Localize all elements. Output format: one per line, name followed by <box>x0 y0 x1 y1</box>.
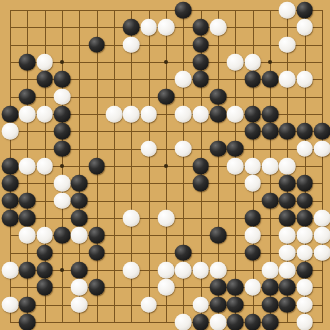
white-stone[interactable] <box>36 54 53 71</box>
white-stone[interactable] <box>192 262 209 279</box>
white-stone[interactable] <box>175 262 192 279</box>
white-stone[interactable] <box>296 140 313 157</box>
black-stone[interactable] <box>262 192 279 209</box>
white-stone[interactable] <box>279 262 296 279</box>
white-stone[interactable] <box>19 227 36 244</box>
white-stone[interactable] <box>279 244 296 261</box>
black-stone[interactable] <box>54 106 71 123</box>
star-point <box>268 60 272 64</box>
star-point <box>164 60 168 64</box>
black-stone[interactable] <box>192 36 209 53</box>
black-stone[interactable] <box>19 192 36 209</box>
black-stone[interactable] <box>2 175 19 192</box>
black-stone[interactable] <box>210 296 227 313</box>
white-stone[interactable] <box>227 106 244 123</box>
white-stone[interactable] <box>158 19 175 36</box>
black-stone[interactable] <box>279 279 296 296</box>
white-stone[interactable] <box>192 296 209 313</box>
white-stone[interactable] <box>36 106 53 123</box>
grid-line-horizontal <box>10 253 323 254</box>
white-stone[interactable] <box>210 314 227 330</box>
white-stone[interactable] <box>296 71 313 88</box>
black-stone[interactable] <box>279 192 296 209</box>
white-stone[interactable] <box>123 262 140 279</box>
white-stone[interactable] <box>36 158 53 175</box>
black-stone[interactable] <box>279 123 296 140</box>
black-stone[interactable] <box>71 210 88 227</box>
black-stone[interactable] <box>210 227 227 244</box>
black-stone[interactable] <box>71 262 88 279</box>
white-stone[interactable] <box>2 262 19 279</box>
star-point <box>60 164 64 168</box>
white-stone[interactable] <box>123 106 140 123</box>
black-stone[interactable] <box>2 210 19 227</box>
star-point <box>60 268 64 272</box>
black-stone[interactable] <box>2 192 19 209</box>
black-stone[interactable] <box>192 71 209 88</box>
white-stone[interactable] <box>175 140 192 157</box>
black-stone[interactable] <box>262 314 279 330</box>
white-stone[interactable] <box>314 210 330 227</box>
black-stone[interactable] <box>192 314 209 330</box>
star-point <box>164 164 168 168</box>
black-stone[interactable] <box>296 2 313 19</box>
black-stone[interactable] <box>54 227 71 244</box>
black-stone[interactable] <box>19 296 36 313</box>
white-stone[interactable] <box>296 314 313 330</box>
white-stone[interactable] <box>175 314 192 330</box>
white-stone[interactable] <box>158 279 175 296</box>
white-stone[interactable] <box>262 262 279 279</box>
black-stone[interactable] <box>192 175 209 192</box>
white-stone[interactable] <box>158 262 175 279</box>
star-point <box>60 60 64 64</box>
white-stone[interactable] <box>244 54 261 71</box>
white-stone[interactable] <box>210 19 227 36</box>
black-stone[interactable] <box>88 227 105 244</box>
white-stone[interactable] <box>227 158 244 175</box>
black-stone[interactable] <box>210 106 227 123</box>
black-stone[interactable] <box>227 279 244 296</box>
white-stone[interactable] <box>210 262 227 279</box>
black-stone[interactable] <box>314 123 330 140</box>
black-stone[interactable] <box>192 158 209 175</box>
black-stone[interactable] <box>262 279 279 296</box>
black-stone[interactable] <box>227 314 244 330</box>
white-stone[interactable] <box>2 296 19 313</box>
black-stone[interactable] <box>279 210 296 227</box>
black-stone[interactable] <box>279 175 296 192</box>
white-stone[interactable] <box>279 227 296 244</box>
white-stone[interactable] <box>175 106 192 123</box>
white-stone[interactable] <box>279 71 296 88</box>
black-stone[interactable] <box>54 123 71 140</box>
black-stone[interactable] <box>36 279 53 296</box>
black-stone[interactable] <box>2 158 19 175</box>
white-stone[interactable] <box>314 244 330 261</box>
grid-line-vertical <box>322 10 323 323</box>
white-stone[interactable] <box>140 140 157 157</box>
black-stone[interactable] <box>296 210 313 227</box>
white-stone[interactable] <box>19 106 36 123</box>
black-stone[interactable] <box>175 244 192 261</box>
black-stone[interactable] <box>19 262 36 279</box>
white-stone[interactable] <box>296 19 313 36</box>
white-stone[interactable] <box>314 227 330 244</box>
black-stone[interactable] <box>19 314 36 330</box>
black-stone[interactable] <box>19 210 36 227</box>
black-stone[interactable] <box>36 244 53 261</box>
black-stone[interactable] <box>262 296 279 313</box>
black-stone[interactable] <box>71 175 88 192</box>
white-stone[interactable] <box>262 158 279 175</box>
black-stone[interactable] <box>2 106 19 123</box>
white-stone[interactable] <box>71 279 88 296</box>
white-stone[interactable] <box>244 175 261 192</box>
black-stone[interactable] <box>158 88 175 105</box>
black-stone[interactable] <box>296 262 313 279</box>
black-stone[interactable] <box>296 192 313 209</box>
black-stone[interactable] <box>227 140 244 157</box>
black-stone[interactable] <box>88 36 105 53</box>
black-stone[interactable] <box>210 88 227 105</box>
black-stone[interactable] <box>210 279 227 296</box>
white-stone[interactable] <box>192 106 209 123</box>
black-stone[interactable] <box>244 123 261 140</box>
white-stone[interactable] <box>296 227 313 244</box>
white-stone[interactable] <box>158 210 175 227</box>
white-stone[interactable] <box>19 158 36 175</box>
white-stone[interactable] <box>314 140 330 157</box>
black-stone[interactable] <box>244 106 261 123</box>
white-stone[interactable] <box>54 88 71 105</box>
white-stone[interactable] <box>36 227 53 244</box>
black-stone[interactable] <box>192 54 209 71</box>
black-stone[interactable] <box>88 158 105 175</box>
white-stone[interactable] <box>244 279 261 296</box>
white-stone[interactable] <box>71 296 88 313</box>
black-stone[interactable] <box>123 19 140 36</box>
white-stone[interactable] <box>175 71 192 88</box>
white-stone[interactable] <box>123 36 140 53</box>
white-stone[interactable] <box>279 36 296 53</box>
black-stone[interactable] <box>54 140 71 157</box>
black-stone[interactable] <box>88 244 105 261</box>
black-stone[interactable] <box>71 192 88 209</box>
white-stone[interactable] <box>140 296 157 313</box>
white-stone[interactable] <box>140 106 157 123</box>
black-stone[interactable] <box>244 244 261 261</box>
white-stone[interactable] <box>296 296 313 313</box>
white-stone[interactable] <box>279 158 296 175</box>
white-stone[interactable] <box>54 192 71 209</box>
black-stone[interactable] <box>244 314 261 330</box>
go-board[interactable] <box>0 0 330 330</box>
white-stone[interactable] <box>123 210 140 227</box>
white-stone[interactable] <box>54 175 71 192</box>
black-stone[interactable] <box>244 210 261 227</box>
white-stone[interactable] <box>244 227 261 244</box>
black-stone[interactable] <box>262 71 279 88</box>
black-stone[interactable] <box>36 262 53 279</box>
black-stone[interactable] <box>19 54 36 71</box>
black-stone[interactable] <box>54 71 71 88</box>
go-game-screenshot <box>0 0 330 330</box>
black-stone[interactable] <box>296 123 313 140</box>
white-stone[interactable] <box>244 158 261 175</box>
white-stone[interactable] <box>140 19 157 36</box>
black-stone[interactable] <box>262 106 279 123</box>
white-stone[interactable] <box>296 244 313 261</box>
black-stone[interactable] <box>192 19 209 36</box>
white-stone[interactable] <box>279 2 296 19</box>
black-stone[interactable] <box>227 296 244 313</box>
black-stone[interactable] <box>175 2 192 19</box>
white-stone[interactable] <box>106 106 123 123</box>
black-stone[interactable] <box>262 123 279 140</box>
black-stone[interactable] <box>279 296 296 313</box>
white-stone[interactable] <box>227 54 244 71</box>
white-stone[interactable] <box>2 123 19 140</box>
black-stone[interactable] <box>244 71 261 88</box>
black-stone[interactable] <box>88 279 105 296</box>
white-stone[interactable] <box>71 227 88 244</box>
black-stone[interactable] <box>296 175 313 192</box>
black-stone[interactable] <box>36 71 53 88</box>
black-stone[interactable] <box>210 140 227 157</box>
black-stone[interactable] <box>19 88 36 105</box>
white-stone[interactable] <box>296 279 313 296</box>
